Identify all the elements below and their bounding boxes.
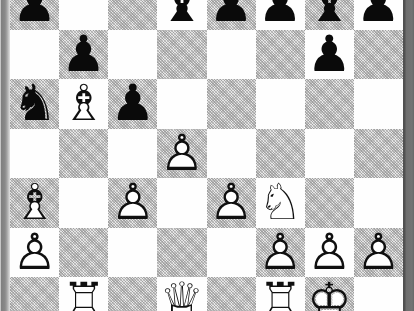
white-rook: ♜♖ bbox=[256, 277, 305, 311]
white-rook: ♜♖ bbox=[59, 277, 108, 311]
square-d4[interactable]: ♟♙ bbox=[157, 129, 206, 179]
square-d7[interactable]: ♝ bbox=[157, 0, 206, 30]
square-d3[interactable] bbox=[157, 178, 206, 228]
square-g3[interactable] bbox=[305, 178, 354, 228]
window-border-right bbox=[403, 0, 414, 311]
square-c7[interactable] bbox=[108, 0, 157, 30]
white-bishop: ♝♗ bbox=[59, 79, 108, 129]
square-g6[interactable]: ♟ bbox=[305, 30, 354, 80]
square-c6[interactable] bbox=[108, 30, 157, 80]
chess-board: ♟♝♟♟♝♟♟♟♞♝♗♟♟♙♝♗♟♙♟♙♞♘♟♙♟♙♟♙♟♙♜♖♛♕♜♖♚♔ bbox=[10, 0, 403, 311]
square-h5[interactable] bbox=[354, 79, 403, 129]
square-e1[interactable] bbox=[207, 277, 256, 311]
square-c5[interactable]: ♟ bbox=[108, 79, 157, 129]
square-a1[interactable] bbox=[10, 277, 59, 311]
square-g5[interactable] bbox=[305, 79, 354, 129]
square-h4[interactable] bbox=[354, 129, 403, 179]
square-b6[interactable]: ♟ bbox=[59, 30, 108, 80]
white-queen: ♛♕ bbox=[157, 277, 206, 311]
square-c3[interactable]: ♟♙ bbox=[108, 178, 157, 228]
square-d2[interactable] bbox=[157, 228, 206, 278]
square-e3[interactable]: ♟♙ bbox=[207, 178, 256, 228]
square-a6[interactable] bbox=[10, 30, 59, 80]
chess-diagram-viewport: ♟♝♟♟♝♟♟♟♞♝♗♟♟♙♝♗♟♙♟♙♞♘♟♙♟♙♟♙♟♙♜♖♛♕♜♖♚♔ bbox=[0, 0, 414, 311]
square-h6[interactable] bbox=[354, 30, 403, 80]
square-a7[interactable]: ♟ bbox=[10, 0, 59, 30]
square-e2[interactable] bbox=[207, 228, 256, 278]
square-f2[interactable]: ♟♙ bbox=[256, 228, 305, 278]
square-d1[interactable]: ♛♕ bbox=[157, 277, 206, 311]
square-a2[interactable]: ♟♙ bbox=[10, 228, 59, 278]
black-knight: ♞ bbox=[10, 79, 59, 129]
square-c2[interactable] bbox=[108, 228, 157, 278]
square-h3[interactable] bbox=[354, 178, 403, 228]
white-knight: ♞♘ bbox=[256, 178, 305, 228]
square-b4[interactable] bbox=[59, 129, 108, 179]
black-pawn: ♟ bbox=[354, 0, 403, 30]
square-f3[interactable]: ♞♘ bbox=[256, 178, 305, 228]
square-c4[interactable] bbox=[108, 129, 157, 179]
square-g4[interactable] bbox=[305, 129, 354, 179]
square-f4[interactable] bbox=[256, 129, 305, 179]
square-a5[interactable]: ♞ bbox=[10, 79, 59, 129]
square-g2[interactable]: ♟♙ bbox=[305, 228, 354, 278]
black-bishop: ♝ bbox=[157, 0, 206, 30]
square-e4[interactable] bbox=[207, 129, 256, 179]
square-f1[interactable]: ♜♖ bbox=[256, 277, 305, 311]
white-pawn: ♟♙ bbox=[157, 129, 206, 179]
white-pawn: ♟♙ bbox=[256, 228, 305, 278]
square-a3[interactable]: ♝♗ bbox=[10, 178, 59, 228]
white-bishop: ♝♗ bbox=[10, 178, 59, 228]
black-pawn: ♟ bbox=[256, 0, 305, 30]
square-b3[interactable] bbox=[59, 178, 108, 228]
square-f6[interactable] bbox=[256, 30, 305, 80]
white-pawn: ♟♙ bbox=[305, 228, 354, 278]
square-f7[interactable]: ♟ bbox=[256, 0, 305, 30]
black-pawn: ♟ bbox=[10, 0, 59, 30]
white-pawn: ♟♙ bbox=[108, 178, 157, 228]
white-pawn: ♟♙ bbox=[354, 228, 403, 278]
black-pawn: ♟ bbox=[59, 30, 108, 80]
white-pawn: ♟♙ bbox=[10, 228, 59, 278]
square-h1[interactable] bbox=[354, 277, 403, 311]
black-pawn: ♟ bbox=[108, 79, 157, 129]
square-d5[interactable] bbox=[157, 79, 206, 129]
white-pawn: ♟♙ bbox=[207, 178, 256, 228]
white-king: ♚♔ bbox=[305, 277, 354, 311]
square-h2[interactable]: ♟♙ bbox=[354, 228, 403, 278]
square-f5[interactable] bbox=[256, 79, 305, 129]
black-pawn: ♟ bbox=[305, 30, 354, 80]
black-pawn: ♟ bbox=[207, 0, 256, 30]
window-border-left bbox=[0, 0, 10, 311]
square-g1[interactable]: ♚♔ bbox=[305, 277, 354, 311]
square-c1[interactable] bbox=[108, 277, 157, 311]
square-b5[interactable]: ♝♗ bbox=[59, 79, 108, 129]
square-b1[interactable]: ♜♖ bbox=[59, 277, 108, 311]
square-e6[interactable] bbox=[207, 30, 256, 80]
square-h7[interactable]: ♟ bbox=[354, 0, 403, 30]
square-b2[interactable] bbox=[59, 228, 108, 278]
square-a4[interactable] bbox=[10, 129, 59, 179]
square-e7[interactable]: ♟ bbox=[207, 0, 256, 30]
square-d6[interactable] bbox=[157, 30, 206, 80]
square-e5[interactable] bbox=[207, 79, 256, 129]
